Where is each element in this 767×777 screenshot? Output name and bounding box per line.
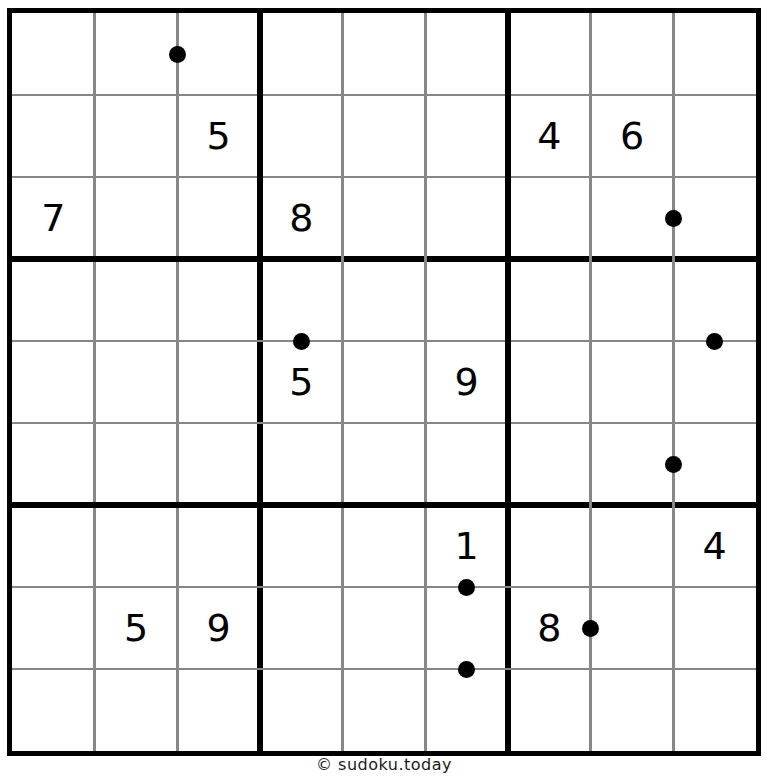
cell-r9c1[interactable]: [12, 669, 95, 751]
cell-r2c2[interactable]: [95, 95, 178, 177]
cell-r5c6[interactable]: 9: [425, 341, 508, 423]
cell-r7c8[interactable]: [591, 505, 674, 587]
cell-r8c8[interactable]: [591, 587, 674, 669]
cell-r2c6[interactable]: [425, 95, 508, 177]
cell-r8c2[interactable]: 5: [95, 587, 178, 669]
cell-r5c4[interactable]: 5: [260, 341, 343, 423]
cell-r7c6[interactable]: 1: [425, 505, 508, 587]
cell-r8c4[interactable]: [260, 587, 343, 669]
cell-r8c6[interactable]: [425, 587, 508, 669]
cell-r8c7[interactable]: 8: [508, 587, 591, 669]
cell-r2c7[interactable]: 4: [508, 95, 591, 177]
cell-r9c2[interactable]: [95, 669, 178, 751]
cell-r3c2[interactable]: [95, 177, 178, 259]
dot-R8C6-R9C6: [458, 661, 475, 678]
cell-r8c1[interactable]: [12, 587, 95, 669]
cell-r7c9[interactable]: 4: [673, 505, 756, 587]
cell-r8c5[interactable]: [343, 587, 426, 669]
cell-r7c2[interactable]: [95, 505, 178, 587]
cell-r2c5[interactable]: [343, 95, 426, 177]
cell-r5c9[interactable]: [673, 341, 756, 423]
cell-r4c5[interactable]: [343, 259, 426, 341]
cell-r4c1[interactable]: [12, 259, 95, 341]
cell-r9c3[interactable]: [177, 669, 260, 751]
cell-r4c9[interactable]: [673, 259, 756, 341]
dot-R3C8-R3C9: [665, 210, 682, 227]
sudoku-board: 546785914598: [7, 8, 761, 756]
dot-R7C6-R8C6: [458, 579, 475, 596]
cell-r6c3[interactable]: [177, 423, 260, 505]
dot-R8C7-R8C8: [582, 620, 599, 637]
cell-r3c7[interactable]: [508, 177, 591, 259]
cell-r6c6[interactable]: [425, 423, 508, 505]
cell-r9c5[interactable]: [343, 669, 426, 751]
cell-r6c4[interactable]: [260, 423, 343, 505]
cell-r9c7[interactable]: [508, 669, 591, 751]
cell-r7c5[interactable]: [343, 505, 426, 587]
cell-r1c2[interactable]: [95, 13, 178, 95]
cell-r7c4[interactable]: [260, 505, 343, 587]
cell-r9c6[interactable]: [425, 669, 508, 751]
cell-r5c8[interactable]: [591, 341, 674, 423]
cell-r8c3[interactable]: 9: [177, 587, 260, 669]
cell-r2c4[interactable]: [260, 95, 343, 177]
cell-r1c7[interactable]: [508, 13, 591, 95]
cell-r3c5[interactable]: [343, 177, 426, 259]
cell-r4c2[interactable]: [95, 259, 178, 341]
cell-r3c4[interactable]: 8: [260, 177, 343, 259]
cell-r1c8[interactable]: [591, 13, 674, 95]
cell-r4c4[interactable]: [260, 259, 343, 341]
cell-r9c9[interactable]: [673, 669, 756, 751]
dot-R6C8-R6C9: [665, 456, 682, 473]
dot-R4C4-R5C4: [293, 333, 310, 350]
cell-r7c3[interactable]: [177, 505, 260, 587]
cell-r1c9[interactable]: [673, 13, 756, 95]
cell-r5c2[interactable]: [95, 341, 178, 423]
cell-r1c4[interactable]: [260, 13, 343, 95]
cell-r5c7[interactable]: [508, 341, 591, 423]
cell-r4c8[interactable]: [591, 259, 674, 341]
cell-r1c6[interactable]: [425, 13, 508, 95]
cell-r3c9[interactable]: [673, 177, 756, 259]
cell-r6c7[interactable]: [508, 423, 591, 505]
cell-r3c6[interactable]: [425, 177, 508, 259]
cell-r9c8[interactable]: [591, 669, 674, 751]
cell-r2c9[interactable]: [673, 95, 756, 177]
cell-r2c8[interactable]: 6: [591, 95, 674, 177]
dot-R1C2-R1C3: [169, 46, 186, 63]
cell-r1c5[interactable]: [343, 13, 426, 95]
cell-r9c4[interactable]: [260, 669, 343, 751]
cell-r5c5[interactable]: [343, 341, 426, 423]
puzzle-page: 546785914598 © sudoku.today: [0, 0, 767, 777]
cell-r8c9[interactable]: [673, 587, 756, 669]
cell-r4c6[interactable]: [425, 259, 508, 341]
cell-r7c7[interactable]: [508, 505, 591, 587]
cell-r6c2[interactable]: [95, 423, 178, 505]
cell-r6c1[interactable]: [12, 423, 95, 505]
cell-r1c3[interactable]: [177, 13, 260, 95]
cell-r2c1[interactable]: [12, 95, 95, 177]
cell-r4c3[interactable]: [177, 259, 260, 341]
copyright-caption: © sudoku.today: [7, 755, 761, 774]
cell-r5c3[interactable]: [177, 341, 260, 423]
dot-R4C9-R5C9: [706, 333, 723, 350]
cell-r7c1[interactable]: [12, 505, 95, 587]
cell-r6c5[interactable]: [343, 423, 426, 505]
cell-r5c1[interactable]: [12, 341, 95, 423]
cell-r1c1[interactable]: [12, 13, 95, 95]
cell-r2c3[interactable]: 5: [177, 95, 260, 177]
cell-r6c9[interactable]: [673, 423, 756, 505]
cell-r3c1[interactable]: 7: [12, 177, 95, 259]
cell-r3c3[interactable]: [177, 177, 260, 259]
cell-r4c7[interactable]: [508, 259, 591, 341]
cell-r3c8[interactable]: [591, 177, 674, 259]
cell-r6c8[interactable]: [591, 423, 674, 505]
